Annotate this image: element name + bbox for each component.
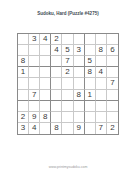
sudoku-cell	[85, 34, 96, 45]
sudoku-cell	[40, 45, 51, 56]
sudoku-cell	[96, 56, 107, 67]
sudoku-cell	[62, 34, 73, 45]
sudoku-cell: 5	[85, 56, 96, 67]
sudoku-cell	[62, 112, 73, 123]
sudoku-cell: 4	[40, 34, 51, 45]
sudoku-cell	[62, 90, 73, 101]
sudoku-cell: 1	[85, 90, 96, 101]
sudoku-cell	[74, 101, 85, 112]
sudoku-cell: 1	[18, 67, 29, 78]
sudoku-cell	[51, 78, 62, 89]
sudoku-cell	[18, 45, 29, 56]
sudoku-cell	[107, 112, 118, 123]
printable-sudoku-page: Sudoku, Hard (Puzzle #4275) 342453868751…	[0, 0, 136, 176]
sudoku-cell: 8	[74, 90, 85, 101]
sudoku-cell: 8	[18, 56, 29, 67]
sudoku-cell: 2	[107, 123, 118, 134]
sudoku-board: 3424538687512847781298348972	[17, 33, 119, 135]
sudoku-cell	[96, 78, 107, 89]
sudoku-cell	[74, 67, 85, 78]
sudoku-cell	[29, 101, 40, 112]
sudoku-cell: 8	[40, 112, 51, 123]
sudoku-cell	[85, 123, 96, 134]
footer-url: www.printmysudoku.com	[49, 165, 88, 169]
sudoku-cell	[18, 34, 29, 45]
sudoku-cell: 6	[107, 45, 118, 56]
sudoku-cell: 7	[96, 123, 107, 134]
sudoku-cell: 5	[62, 45, 73, 56]
sudoku-cell: 2	[51, 34, 62, 45]
sudoku-cell	[51, 112, 62, 123]
sudoku-cell	[62, 123, 73, 134]
sudoku-cell	[85, 45, 96, 56]
sudoku-cell	[29, 45, 40, 56]
sudoku-cell	[74, 56, 85, 67]
sudoku-cell	[51, 90, 62, 101]
sudoku-cell	[40, 67, 51, 78]
sudoku-cell	[18, 90, 29, 101]
sudoku-cell	[29, 67, 40, 78]
sudoku-cell	[18, 78, 29, 89]
sudoku-cell: 2	[18, 112, 29, 123]
sudoku-cell: 9	[74, 123, 85, 134]
sudoku-cell	[40, 90, 51, 101]
sudoku-cell	[29, 56, 40, 67]
sudoku-cell	[62, 78, 73, 89]
sudoku-cell: 7	[29, 90, 40, 101]
sudoku-cell	[40, 101, 51, 112]
sudoku-cell	[96, 90, 107, 101]
sudoku-cell: 8	[85, 67, 96, 78]
sudoku-cell	[85, 101, 96, 112]
sudoku-cell: 4	[51, 45, 62, 56]
sudoku-cell	[107, 56, 118, 67]
sudoku-cell	[96, 112, 107, 123]
sudoku-cell	[51, 56, 62, 67]
sudoku-cell	[85, 112, 96, 123]
sudoku-cell	[18, 101, 29, 112]
sudoku-cell: 4	[96, 67, 107, 78]
puzzle-title: Sudoku, Hard (Puzzle #4275)	[37, 11, 98, 16]
sudoku-cell	[107, 67, 118, 78]
sudoku-cell	[74, 112, 85, 123]
sudoku-cell	[107, 90, 118, 101]
sudoku-cell: 4	[29, 123, 40, 134]
sudoku-cell	[96, 101, 107, 112]
sudoku-cell	[40, 56, 51, 67]
sudoku-cell	[40, 78, 51, 89]
sudoku-cell	[51, 101, 62, 112]
sudoku-cell	[74, 34, 85, 45]
sudoku-cell	[107, 34, 118, 45]
sudoku-cell: 3	[29, 34, 40, 45]
sudoku-cell: 7	[62, 56, 73, 67]
sudoku-cell	[107, 101, 118, 112]
sudoku-cell	[62, 101, 73, 112]
sudoku-cell	[29, 78, 40, 89]
sudoku-cell	[40, 123, 51, 134]
sudoku-cell: 8	[51, 123, 62, 134]
sudoku-cell	[51, 67, 62, 78]
sudoku-cell	[85, 78, 96, 89]
sudoku-cell: 2	[62, 67, 73, 78]
sudoku-cell: 9	[29, 112, 40, 123]
sudoku-cell: 7	[107, 78, 118, 89]
sudoku-cell: 3	[74, 45, 85, 56]
sudoku-cell	[74, 78, 85, 89]
sudoku-cell: 3	[18, 123, 29, 134]
sudoku-cell: 8	[96, 45, 107, 56]
sudoku-cell	[96, 34, 107, 45]
